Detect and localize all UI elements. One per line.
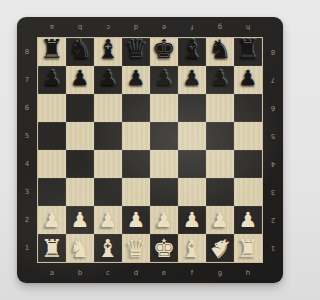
square-f8[interactable]: ♝: [178, 38, 206, 66]
square-a8[interactable]: ♜: [38, 38, 66, 66]
square-e5[interactable]: [150, 122, 178, 150]
square-e8[interactable]: ♚: [150, 38, 178, 66]
piece-white-queen: ♛: [125, 236, 147, 261]
piece-black-rook: ♜: [40, 36, 63, 62]
square-c7[interactable]: ♟: [94, 66, 122, 94]
square-f3[interactable]: [178, 178, 206, 206]
piece-black-king: ♚: [152, 36, 175, 62]
square-d7[interactable]: ♟: [122, 66, 150, 94]
square-d8[interactable]: ♛: [122, 38, 150, 66]
square-f2[interactable]: ♟: [178, 206, 206, 234]
rank-label-7-left: 7: [17, 66, 37, 94]
square-b2[interactable]: ♟: [66, 206, 94, 234]
file-label-e-bottom: e: [150, 263, 178, 283]
square-a1[interactable]: ♜: [38, 234, 66, 262]
rank-label-8-left: 8: [17, 38, 37, 66]
piece-black-pawn: ♟: [183, 68, 202, 89]
square-b7[interactable]: ♟: [66, 66, 94, 94]
piece-black-pawn: ♟: [127, 68, 146, 89]
rank-label-3-right: 3: [263, 178, 283, 206]
piece-black-pawn: ♟: [239, 68, 258, 89]
piece-black-rook: ♜: [236, 36, 259, 62]
piece-black-pawn: ♟: [155, 68, 174, 89]
square-e3[interactable]: [150, 178, 178, 206]
square-d2[interactable]: ♟: [122, 206, 150, 234]
piece-black-pawn: ♟: [99, 68, 118, 89]
square-e6[interactable]: [150, 94, 178, 122]
piece-white-rook: ♜: [41, 236, 63, 261]
square-h2[interactable]: ♟: [234, 206, 262, 234]
square-c8[interactable]: ♝: [94, 38, 122, 66]
square-h6[interactable]: [234, 94, 262, 122]
square-g5[interactable]: [206, 122, 234, 150]
rank-label-7-right: 7: [263, 66, 283, 94]
square-g2[interactable]: ♟: [206, 206, 234, 234]
rank-label-3-left: 3: [17, 178, 37, 206]
piece-white-pawn: ♟: [43, 210, 62, 231]
square-f6[interactable]: [178, 94, 206, 122]
square-c4[interactable]: [94, 150, 122, 178]
piece-white-king: ♚: [153, 236, 175, 261]
square-a5[interactable]: [38, 122, 66, 150]
piece-black-bishop: ♝: [96, 36, 119, 62]
piece-white-knight: ♞: [204, 231, 237, 264]
square-d3[interactable]: [122, 178, 150, 206]
square-g7[interactable]: ♟: [206, 66, 234, 94]
square-b4[interactable]: [66, 150, 94, 178]
square-g3[interactable]: [206, 178, 234, 206]
piece-black-bishop: ♝: [180, 36, 203, 62]
square-h4[interactable]: [234, 150, 262, 178]
square-b5[interactable]: [66, 122, 94, 150]
rank-labels-left: 87654321: [17, 38, 37, 262]
square-a2[interactable]: ♟: [38, 206, 66, 234]
square-b1[interactable]: ♞: [66, 234, 94, 262]
square-d4[interactable]: [122, 150, 150, 178]
piece-white-pawn: ♟: [99, 210, 118, 231]
rank-label-1-right: 1: [263, 234, 283, 262]
rank-label-2-right: 2: [263, 206, 283, 234]
square-h3[interactable]: [234, 178, 262, 206]
rank-label-6-right: 6: [263, 94, 283, 122]
rank-label-4-left: 4: [17, 150, 37, 178]
rank-label-8-right: 8: [263, 38, 283, 66]
square-b8[interactable]: ♞: [66, 38, 94, 66]
piece-white-bishop: ♝: [181, 236, 203, 261]
piece-black-pawn: ♟: [71, 68, 90, 89]
square-h7[interactable]: ♟: [234, 66, 262, 94]
piece-black-pawn: ♟: [211, 68, 230, 89]
square-c6[interactable]: [94, 94, 122, 122]
piece-black-pawn: ♟: [43, 68, 62, 89]
square-g8[interactable]: ♞: [206, 38, 234, 66]
chess-board: abcdefgh abcdefgh 87654321 87654321 ♜♞♝♛…: [17, 17, 283, 283]
square-c2[interactable]: ♟: [94, 206, 122, 234]
rank-label-2-left: 2: [17, 206, 37, 234]
piece-white-rook: ♜: [237, 236, 259, 261]
file-label-h-bottom: h: [234, 263, 262, 283]
piece-white-pawn: ♟: [183, 210, 202, 231]
square-h5[interactable]: [234, 122, 262, 150]
square-f1[interactable]: ♝: [178, 234, 206, 262]
square-d1[interactable]: ♛: [122, 234, 150, 262]
square-c3[interactable]: [94, 178, 122, 206]
piece-black-knight: ♞: [208, 36, 231, 62]
file-label-c-bottom: c: [94, 263, 122, 283]
piece-black-queen: ♛: [124, 36, 147, 62]
piece-white-bishop: ♝: [97, 236, 119, 261]
file-label-g-bottom: g: [206, 263, 234, 283]
square-d5[interactable]: [122, 122, 150, 150]
file-label-b-bottom: b: [66, 263, 94, 283]
square-c5[interactable]: [94, 122, 122, 150]
square-e1[interactable]: ♚: [150, 234, 178, 262]
square-a4[interactable]: [38, 150, 66, 178]
square-f5[interactable]: [178, 122, 206, 150]
piece-white-pawn: ♟: [211, 210, 230, 231]
piece-white-pawn: ♟: [239, 210, 258, 231]
square-g6[interactable]: [206, 94, 234, 122]
piece-white-pawn: ♟: [71, 210, 90, 231]
photo-background: abcdefgh abcdefgh 87654321 87654321 ♜♞♝♛…: [0, 0, 300, 300]
square-f7[interactable]: ♟: [178, 66, 206, 94]
square-b3[interactable]: [66, 178, 94, 206]
square-g4[interactable]: [206, 150, 234, 178]
rank-label-5-left: 5: [17, 122, 37, 150]
square-e4[interactable]: [150, 150, 178, 178]
file-label-d-bottom: d: [122, 263, 150, 283]
square-g1[interactable]: ♞: [206, 234, 234, 262]
piece-white-pawn: ♟: [127, 210, 146, 231]
square-a7[interactable]: ♟: [38, 66, 66, 94]
square-e7[interactable]: ♟: [150, 66, 178, 94]
file-label-a-bottom: a: [38, 263, 66, 283]
piece-white-pawn: ♟: [155, 210, 174, 231]
square-f4[interactable]: [178, 150, 206, 178]
file-labels-bottom: abcdefgh: [38, 263, 262, 283]
square-b6[interactable]: [66, 94, 94, 122]
board-squares: ♜♞♝♛♚♝♞♜♟♟♟♟♟♟♟♟♟♟♟♟♟♟♟♟♜♞♝♛♚♝♞♜: [37, 37, 263, 263]
square-h8[interactable]: ♜: [234, 38, 262, 66]
square-h1[interactable]: ♜: [234, 234, 262, 262]
rank-labels-right: 87654321: [263, 38, 283, 262]
square-d6[interactable]: [122, 94, 150, 122]
rank-label-4-right: 4: [263, 150, 283, 178]
file-label-f-bottom: f: [178, 263, 206, 283]
square-e2[interactable]: ♟: [150, 206, 178, 234]
rank-label-6-left: 6: [17, 94, 37, 122]
square-a3[interactable]: [38, 178, 66, 206]
square-c1[interactable]: ♝: [94, 234, 122, 262]
piece-black-knight: ♞: [68, 36, 91, 62]
rank-label-1-left: 1: [17, 234, 37, 262]
piece-white-knight: ♞: [69, 236, 91, 261]
square-a6[interactable]: [38, 94, 66, 122]
rank-label-5-right: 5: [263, 122, 283, 150]
